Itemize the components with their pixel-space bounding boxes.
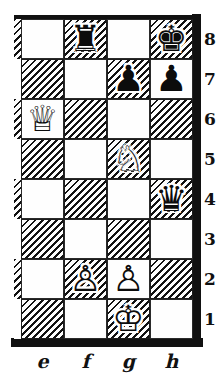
square-g1: ♔ [107, 299, 150, 339]
square-d7-sliver [14, 59, 21, 99]
square-h3 [150, 219, 193, 259]
chess-board: ♜♚♟♟♕♘♛♙♙♔ [14, 19, 193, 339]
square-d2-sliver [14, 259, 21, 299]
square-f6 [64, 99, 107, 139]
piece-white-knight: ♘ [112, 139, 144, 179]
piece-white-king: ♔ [112, 299, 144, 339]
square-g8 [107, 19, 150, 59]
square-f5 [64, 139, 107, 179]
square-h5 [150, 139, 193, 179]
square-e5 [21, 139, 64, 179]
piece-black-king: ♚ [155, 19, 187, 59]
square-h4: ♛ [150, 179, 193, 219]
rank-label-6: 6 [202, 99, 218, 139]
file-label-h: h [150, 350, 193, 372]
rank-label-2: 2 [202, 259, 218, 299]
piece-black-pawn: ♟ [155, 59, 187, 99]
board-right-border [192, 14, 201, 347]
square-h2 [150, 259, 193, 299]
rank-label-5: 5 [202, 139, 218, 179]
square-d5-sliver [14, 139, 21, 179]
piece-white-pawn: ♙ [69, 259, 101, 299]
square-d1-sliver [14, 299, 21, 339]
square-f2: ♙ [64, 259, 107, 299]
file-labels: e f g h [14, 350, 193, 372]
square-g4 [107, 179, 150, 219]
rank-label-1: 1 [202, 299, 218, 339]
square-f1 [64, 299, 107, 339]
square-f4 [64, 179, 107, 219]
square-h8: ♚ [150, 19, 193, 59]
file-label-f: f [64, 350, 107, 372]
piece-black-queen: ♛ [155, 179, 187, 219]
square-g6 [107, 99, 150, 139]
file-label-e: e [21, 350, 64, 372]
piece-white-pawn: ♙ [112, 259, 144, 299]
square-g5: ♘ [107, 139, 150, 179]
piece-black-pawn: ♟ [112, 59, 144, 99]
square-g2: ♙ [107, 259, 150, 299]
piece-black-rook: ♜ [69, 19, 101, 59]
square-e2 [21, 259, 64, 299]
square-e1 [21, 299, 64, 339]
square-d3-sliver [14, 219, 21, 259]
rank-labels: 8 7 6 5 4 3 2 1 [202, 19, 218, 339]
file-labels-spacer [14, 350, 21, 372]
board-bottom-border [11, 338, 203, 347]
square-d6-sliver [14, 99, 21, 139]
square-d4-sliver [14, 179, 21, 219]
rank-label-8: 8 [202, 19, 218, 59]
square-e4 [21, 179, 64, 219]
square-g7: ♟ [107, 59, 150, 99]
square-f8: ♜ [64, 19, 107, 59]
square-g3 [107, 219, 150, 259]
square-e8 [21, 19, 64, 59]
square-e3 [21, 219, 64, 259]
piece-white-queen: ♕ [26, 99, 58, 139]
rank-label-4: 4 [202, 179, 218, 219]
square-f7 [64, 59, 107, 99]
square-h7: ♟ [150, 59, 193, 99]
square-e7 [21, 59, 64, 99]
rank-label-7: 7 [202, 59, 218, 99]
square-d8-sliver [14, 19, 21, 59]
rank-label-3: 3 [202, 219, 218, 259]
file-label-g: g [107, 350, 150, 372]
square-e6: ♕ [21, 99, 64, 139]
square-f3 [64, 219, 107, 259]
square-h6 [150, 99, 193, 139]
chess-diagram: ♜♚♟♟♕♘♛♙♙♔ 8 7 6 5 4 3 2 1 e f g h [0, 0, 219, 382]
square-h1 [150, 299, 193, 339]
